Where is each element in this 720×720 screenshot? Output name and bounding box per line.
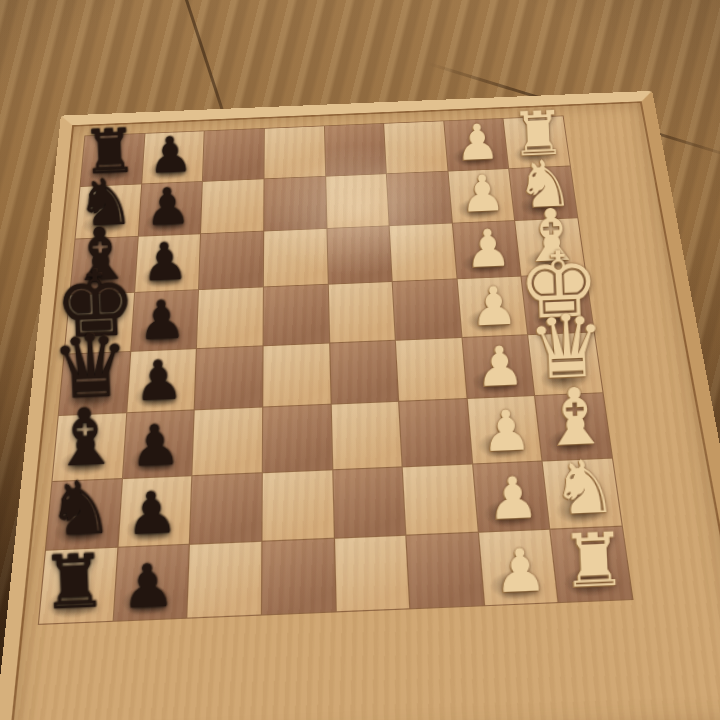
square-b4 xyxy=(333,467,406,538)
white-pawn-h2: ♟ xyxy=(454,117,500,168)
white-pawn-d2: ♟ xyxy=(474,339,525,395)
square-e7: ♟ xyxy=(131,290,198,350)
square-d3 xyxy=(396,338,466,401)
square-c3 xyxy=(399,399,471,466)
board-face: ♜♟♟♜♞♟♟♞♝♟♟♝♚♟♟♚♛♟♟♛♝♟♟♝♞♟♟♞♜♟♟♜ xyxy=(8,101,720,720)
square-c4 xyxy=(331,402,401,469)
square-e3 xyxy=(393,279,461,339)
square-h6 xyxy=(203,129,264,181)
square-a8: ♜ xyxy=(39,548,117,623)
square-a7: ♟ xyxy=(113,545,189,620)
black-rook-a8: ♜ xyxy=(39,545,108,621)
square-a5 xyxy=(262,539,335,614)
black-pawn-e7: ♟ xyxy=(137,293,187,348)
square-b6 xyxy=(190,473,261,544)
black-pawn-a7: ♟ xyxy=(121,556,177,618)
square-g5 xyxy=(264,176,326,230)
square-c7: ♟ xyxy=(123,411,194,478)
square-d2: ♟ xyxy=(462,335,534,398)
square-d7: ♟ xyxy=(127,349,196,413)
square-g7: ♟ xyxy=(138,182,202,237)
white-knight-b1: ♞ xyxy=(550,450,619,526)
white-rook-a1: ♜ xyxy=(560,523,629,599)
perspective-wrap: ♜♟♟♜♞♟♟♞♝♟♟♝♚♟♟♚♛♟♟♛♝♟♟♝♞♟♟♞♜♟♟♜ xyxy=(0,0,720,720)
square-c5 xyxy=(263,405,332,472)
square-b2: ♟ xyxy=(473,461,550,532)
board-grid: ♜♟♟♜♞♟♟♞♝♟♟♝♚♟♟♚♛♟♟♛♝♟♟♝♞♟♟♞♜♟♟♜ xyxy=(38,115,634,625)
square-e5 xyxy=(263,285,328,345)
square-h5 xyxy=(264,126,324,178)
white-pawn-c2: ♟ xyxy=(480,402,532,460)
square-h2: ♟ xyxy=(444,119,508,171)
square-d5 xyxy=(263,343,330,407)
square-g2: ♟ xyxy=(448,169,514,223)
square-f4 xyxy=(327,226,392,283)
square-a4 xyxy=(334,536,409,611)
square-a3 xyxy=(407,533,484,608)
square-b3 xyxy=(403,464,478,535)
black-pawn-h7: ♟ xyxy=(148,130,194,181)
square-h3 xyxy=(384,121,447,173)
square-f2: ♟ xyxy=(453,221,521,278)
square-a2: ♟ xyxy=(479,530,558,605)
square-h4 xyxy=(324,124,385,176)
square-a6 xyxy=(188,542,262,617)
square-c2: ♟ xyxy=(467,396,541,463)
square-e6 xyxy=(197,287,263,347)
white-pawn-b2: ♟ xyxy=(486,469,540,529)
square-b7: ♟ xyxy=(118,476,191,547)
square-d6 xyxy=(195,346,262,410)
black-pawn-g7: ♟ xyxy=(145,181,192,233)
square-g3 xyxy=(387,171,452,225)
white-pawn-a2: ♟ xyxy=(492,540,548,602)
black-pawn-f7: ♟ xyxy=(141,235,189,288)
square-h7: ♟ xyxy=(142,131,204,183)
square-a1: ♜ xyxy=(551,527,632,602)
white-pawn-g2: ♟ xyxy=(459,168,506,220)
white-pawn-f2: ♟ xyxy=(464,222,512,275)
square-e4 xyxy=(328,282,395,342)
chess-board: ♜♟♟♜♞♟♟♞♝♟♟♝♚♟♟♚♛♟♟♛♝♟♟♝♞♟♟♞♜♟♟♜ xyxy=(0,91,720,720)
black-pawn-c7: ♟ xyxy=(130,417,182,475)
square-e2: ♟ xyxy=(457,276,527,336)
square-g6 xyxy=(201,179,263,233)
white-pawn-e2: ♟ xyxy=(469,279,519,334)
square-b5 xyxy=(262,470,333,541)
square-f5 xyxy=(264,229,327,286)
black-pawn-b7: ♟ xyxy=(125,484,179,544)
square-f6 xyxy=(199,232,263,289)
square-f3 xyxy=(390,224,456,281)
photo-scene: ♜♟♟♜♞♟♟♞♝♟♟♝♚♟♟♚♛♟♟♛♝♟♟♝♞♟♟♞♜♟♟♜ xyxy=(0,0,720,720)
square-d4 xyxy=(330,340,398,403)
black-knight-b8: ♞ xyxy=(45,471,114,547)
black-pawn-d7: ♟ xyxy=(134,353,185,409)
square-g4 xyxy=(326,174,389,228)
square-f7: ♟ xyxy=(135,234,200,291)
square-c6 xyxy=(193,408,262,475)
